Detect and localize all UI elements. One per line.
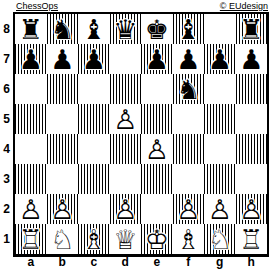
white-pawn-fill: ♟ [204,194,236,224]
square-c8[interactable]: ♝ [78,14,110,44]
white-rook: ♖ [15,224,47,254]
white-knight: ♘ [47,224,79,254]
square-b4[interactable] [47,134,79,164]
square-b6[interactable] [47,74,79,104]
square-g3[interactable] [204,164,236,194]
square-b3[interactable] [47,164,79,194]
square-f4[interactable] [173,134,205,164]
black-pawn: ♟ [141,44,173,74]
square-h2[interactable]: ♟♙ [236,194,268,224]
credit-link[interactable]: © EUdesign [220,1,268,11]
black-pawn: ♟ [236,44,268,74]
square-f5[interactable] [173,104,205,134]
square-g2[interactable]: ♟♙ [204,194,236,224]
square-c5[interactable] [78,104,110,134]
white-pawn: ♙ [47,194,79,224]
square-f2[interactable]: ♟♙ [173,194,205,224]
square-b7[interactable]: ♟ [47,44,79,74]
white-knight-fill: ♞ [47,224,79,254]
white-pawn-fill: ♟ [110,104,142,134]
rank-label-2: 2 [0,194,13,224]
square-a4[interactable] [15,134,47,164]
square-c4[interactable] [78,134,110,164]
square-g8[interactable] [204,14,236,44]
black-rook: ♜ [236,14,268,44]
square-f8[interactable]: ♝ [173,14,205,44]
square-h8[interactable]: ♜ [236,14,268,44]
white-knight: ♘ [204,224,236,254]
square-f1[interactable]: ♝♗ [173,224,205,254]
square-h4[interactable] [236,134,268,164]
square-e1[interactable]: ♚♔ [141,224,173,254]
file-label-a: a [15,255,47,269]
square-h6[interactable] [236,74,268,104]
file-label-b: b [47,255,79,269]
square-b2[interactable]: ♟♙ [47,194,79,224]
white-bishop-fill: ♝ [78,224,110,254]
square-f6[interactable]: ♞ [173,74,205,104]
white-pawn: ♙ [141,134,173,164]
rank-label-1: 1 [0,224,13,254]
white-knight-fill: ♞ [204,224,236,254]
square-g7[interactable]: ♟ [204,44,236,74]
square-e4[interactable]: ♟♙ [141,134,173,164]
white-pawn-fill: ♟ [141,134,173,164]
chess-board: ♜♞♝♛♚♝♜♟♟♟♟♟♟♟♞♟♙♟♙♟♙♟♙♟♙♟♙♟♙♟♙♜♖♞♘♝♗♛♕♚… [13,12,269,257]
square-c7[interactable]: ♟ [78,44,110,74]
square-d3[interactable] [110,164,142,194]
white-rook: ♖ [236,224,268,254]
white-bishop: ♗ [78,224,110,254]
square-c6[interactable] [78,74,110,104]
white-pawn: ♙ [204,194,236,224]
black-pawn: ♟ [204,44,236,74]
white-queen: ♕ [110,224,142,254]
square-b1[interactable]: ♞♘ [47,224,79,254]
rank-labels: 87654321 [0,14,13,254]
white-pawn: ♙ [110,104,142,134]
file-label-f: f [173,255,205,269]
black-rook: ♜ [15,14,47,44]
black-bishop: ♝ [78,14,110,44]
square-a5[interactable] [15,104,47,134]
black-king: ♚ [141,14,173,44]
white-pawn-fill: ♟ [47,194,79,224]
app-title-link[interactable]: ChessOps [16,1,58,11]
white-rook-fill: ♜ [15,224,47,254]
rank-label-3: 3 [0,164,13,194]
square-b8[interactable]: ♞ [47,14,79,44]
white-pawn: ♙ [110,194,142,224]
white-king: ♔ [141,224,173,254]
white-pawn: ♙ [15,194,47,224]
square-f3[interactable] [173,164,205,194]
white-pawn-fill: ♟ [15,194,47,224]
square-e2[interactable] [141,194,173,224]
file-label-c: c [78,255,110,269]
rank-label-8: 8 [0,14,13,44]
square-e7[interactable]: ♟ [141,44,173,74]
square-d1[interactable]: ♛♕ [110,224,142,254]
black-pawn: ♟ [47,44,79,74]
black-knight: ♞ [173,74,205,104]
chessops-screen: ChessOps © EUdesign 87654321 ♜♞♝♛♚♝♜♟♟♟♟… [0,0,270,270]
square-g6[interactable] [204,74,236,104]
square-g5[interactable] [204,104,236,134]
square-h7[interactable]: ♟ [236,44,268,74]
square-a1[interactable]: ♜♖ [15,224,47,254]
square-a8[interactable]: ♜ [15,14,47,44]
square-h1[interactable]: ♜♖ [236,224,268,254]
file-label-g: g [204,255,236,269]
header-bar: ChessOps © EUdesign [0,0,270,12]
black-queen: ♛ [110,14,142,44]
black-pawn: ♟ [78,44,110,74]
square-d5[interactable]: ♟♙ [110,104,142,134]
white-pawn: ♙ [173,194,205,224]
square-a3[interactable] [15,164,47,194]
white-bishop: ♗ [173,224,205,254]
square-d8[interactable]: ♛ [110,14,142,44]
square-e8[interactable]: ♚ [141,14,173,44]
white-rook-fill: ♜ [236,224,268,254]
black-bishop: ♝ [173,14,205,44]
square-f7[interactable]: ♟ [173,44,205,74]
white-queen-fill: ♛ [110,224,142,254]
file-label-e: e [141,255,173,269]
white-pawn-fill: ♟ [173,194,205,224]
white-pawn-fill: ♟ [236,194,268,224]
square-b5[interactable] [47,104,79,134]
rank-label-5: 5 [0,104,13,134]
rank-label-4: 4 [0,134,13,164]
square-c1[interactable]: ♝♗ [78,224,110,254]
white-king-fill: ♚ [141,224,173,254]
rank-label-7: 7 [0,44,13,74]
square-d4[interactable] [110,134,142,164]
black-knight: ♞ [47,14,79,44]
square-h5[interactable] [236,104,268,134]
square-g1[interactable]: ♞♘ [204,224,236,254]
square-a6[interactable] [15,74,47,104]
square-c3[interactable] [78,164,110,194]
square-d2[interactable]: ♟♙ [110,194,142,224]
square-e6[interactable] [141,74,173,104]
square-c2[interactable] [78,194,110,224]
square-a7[interactable]: ♟ [15,44,47,74]
square-d6[interactable] [110,74,142,104]
file-label-h: h [236,255,268,269]
square-h3[interactable] [236,164,268,194]
file-labels: abcdefgh [15,255,267,269]
file-label-d: d [110,255,142,269]
rank-label-6: 6 [0,74,13,104]
square-d7[interactable] [110,44,142,74]
square-e3[interactable] [141,164,173,194]
white-bishop-fill: ♝ [173,224,205,254]
black-pawn: ♟ [15,44,47,74]
square-a2[interactable]: ♟♙ [15,194,47,224]
square-g4[interactable] [204,134,236,164]
square-e5[interactable] [141,104,173,134]
black-pawn: ♟ [173,44,205,74]
white-pawn-fill: ♟ [110,194,142,224]
white-pawn: ♙ [236,194,268,224]
